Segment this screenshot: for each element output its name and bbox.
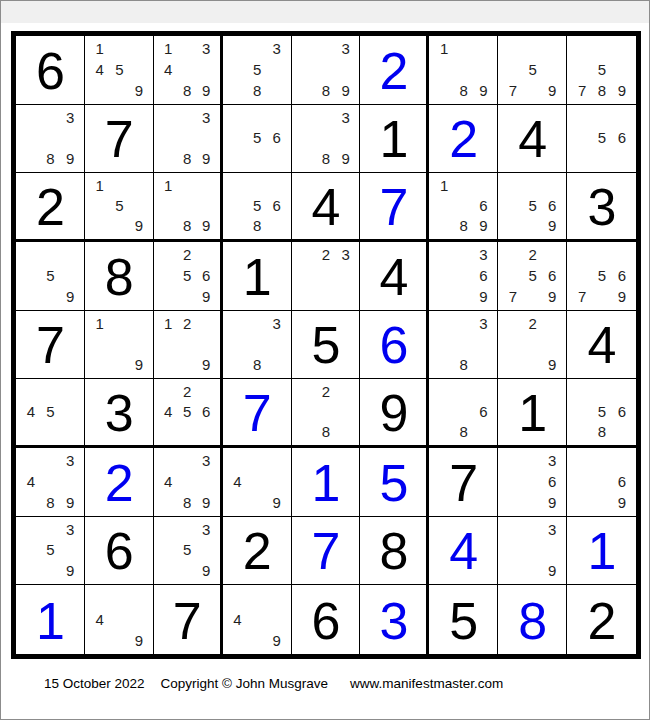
pencil-marks: 29 xyxy=(503,313,562,376)
cell-r9c1[interactable]: 1 xyxy=(16,585,85,654)
candidate-digit: 6 xyxy=(542,196,562,216)
footer: 15 October 2022Copyright © John Musgrave… xyxy=(44,676,503,691)
cell-r4c4[interactable]: 1 xyxy=(223,242,292,311)
cell-r9c4[interactable]: 49 xyxy=(223,585,292,654)
given-digit: 2 xyxy=(36,179,64,233)
cell-r3c1[interactable]: 2 xyxy=(16,173,85,242)
pencil-marks: 579 xyxy=(503,38,562,101)
candidate-digit: 9 xyxy=(60,492,80,513)
candidate-digit: 3 xyxy=(542,450,562,471)
candidate-digit: 9 xyxy=(336,80,356,101)
solved-digit: 4 xyxy=(449,523,477,577)
pencil-marks: 3489 xyxy=(21,450,80,513)
candidate-digit: 1 xyxy=(159,313,178,334)
cell-r1c5[interactable]: 389 xyxy=(292,36,361,105)
candidate-digit: 6 xyxy=(542,471,562,492)
cell-r6c2[interactable]: 3 xyxy=(85,379,154,448)
sudoku-board: 6145913489358389218957957893897389563891… xyxy=(11,31,641,659)
candidate-digit: 4 xyxy=(21,471,41,492)
cell-r5c8[interactable]: 29 xyxy=(498,311,567,380)
cell-r2c9[interactable]: 56 xyxy=(567,105,636,174)
solved-digit: 1 xyxy=(312,455,340,509)
candidate-digit: 8 xyxy=(41,148,61,169)
cell-r2c6[interactable]: 1 xyxy=(360,105,429,174)
cell-r2c3[interactable]: 389 xyxy=(154,105,223,174)
cell-r5c4[interactable]: 38 xyxy=(223,311,292,380)
candidate-digit: 9 xyxy=(474,80,494,101)
cell-r3c6[interactable]: 7 xyxy=(360,173,429,242)
given-digit: 1 xyxy=(379,111,407,165)
pencil-marks: 358 xyxy=(228,38,287,101)
pencil-marks: 19 xyxy=(90,313,149,376)
candidate-digit: 5 xyxy=(41,402,61,422)
candidate-digit: 8 xyxy=(247,80,267,101)
pencil-marks: 45 xyxy=(21,381,80,442)
given-digit: 6 xyxy=(312,593,340,647)
solved-digit: 6 xyxy=(379,317,407,371)
cell-r1c4[interactable]: 358 xyxy=(223,36,292,105)
cell-r8c6[interactable]: 8 xyxy=(360,517,429,586)
cell-r7c7[interactable]: 7 xyxy=(429,448,498,517)
candidate-digit: 9 xyxy=(197,354,216,375)
cell-r6c8[interactable]: 1 xyxy=(498,379,567,448)
candidate-digit: 9 xyxy=(197,216,216,236)
candidate-digit: 9 xyxy=(129,80,149,101)
candidate-digit: 7 xyxy=(572,80,592,101)
given-digit: 5 xyxy=(312,317,340,371)
given-digit: 8 xyxy=(379,523,407,577)
pencil-marks: 369 xyxy=(434,244,493,307)
candidate-digit: 8 xyxy=(316,422,336,442)
candidate-digit: 9 xyxy=(542,492,562,513)
cell-r3c2[interactable]: 159 xyxy=(85,173,154,242)
pencil-marks: 56 xyxy=(228,107,287,170)
cell-r8c7[interactable]: 4 xyxy=(429,517,498,586)
candidate-digit: 1 xyxy=(434,38,454,59)
cell-r8c9[interactable]: 1 xyxy=(567,517,636,586)
cell-r9c2[interactable]: 49 xyxy=(85,585,154,654)
candidate-digit: 3 xyxy=(267,313,287,334)
candidate-digit: 8 xyxy=(454,354,474,375)
candidate-digit: 1 xyxy=(90,38,110,59)
given-digit: 4 xyxy=(312,179,340,233)
candidate-digit: 4 xyxy=(159,59,178,80)
candidate-digit: 2 xyxy=(178,313,197,334)
candidate-digit: 6 xyxy=(612,402,632,422)
cell-r9c5[interactable]: 6 xyxy=(292,585,361,654)
cell-r1c6[interactable]: 2 xyxy=(360,36,429,105)
pencil-marks: 369 xyxy=(503,450,562,513)
pencil-marks: 569 xyxy=(503,175,562,236)
candidate-digit: 9 xyxy=(60,560,80,581)
candidate-digit: 5 xyxy=(178,265,197,286)
candidate-digit: 3 xyxy=(474,244,494,265)
cell-r7c6[interactable]: 5 xyxy=(360,448,429,517)
candidate-digit: 6 xyxy=(267,196,287,216)
cell-r9c9[interactable]: 2 xyxy=(567,585,636,654)
candidate-digit: 9 xyxy=(197,286,216,307)
cell-r8c2[interactable]: 6 xyxy=(85,517,154,586)
cell-r5c7[interactable]: 38 xyxy=(429,311,498,380)
candidate-digit: 8 xyxy=(178,148,197,169)
candidate-digit: 9 xyxy=(474,216,494,236)
candidate-digit: 1 xyxy=(434,175,454,195)
candidate-digit: 3 xyxy=(336,107,356,128)
candidate-digit: 3 xyxy=(197,107,216,128)
candidate-digit: 9 xyxy=(267,630,287,651)
candidate-digit: 6 xyxy=(267,128,287,149)
cell-r5c9[interactable]: 4 xyxy=(567,311,636,380)
cell-r1c8[interactable]: 579 xyxy=(498,36,567,105)
cell-r7c4[interactable]: 49 xyxy=(223,448,292,517)
candidate-digit: 3 xyxy=(60,519,80,540)
candidate-digit: 8 xyxy=(247,216,267,236)
pencil-marks: 189 xyxy=(434,38,493,101)
pencil-marks: 389 xyxy=(297,38,356,101)
candidate-digit: 2 xyxy=(523,313,543,334)
candidate-digit: 2 xyxy=(178,244,197,265)
candidate-digit: 5 xyxy=(523,59,543,80)
given-digit: 2 xyxy=(243,523,271,577)
candidate-digit: 6 xyxy=(612,471,632,492)
candidate-digit: 5 xyxy=(592,128,612,149)
pencil-marks: 389 xyxy=(297,107,356,170)
solved-digit: 2 xyxy=(379,43,407,97)
cell-r6c4[interactable]: 7 xyxy=(223,379,292,448)
candidate-digit: 3 xyxy=(197,450,216,471)
pencil-marks: 59 xyxy=(21,244,80,307)
cell-r6c9[interactable]: 568 xyxy=(567,379,636,448)
candidate-digit: 3 xyxy=(542,519,562,540)
candidate-digit: 3 xyxy=(60,450,80,471)
cell-r4c5[interactable]: 23 xyxy=(292,242,361,311)
cell-r3c8[interactable]: 569 xyxy=(498,173,567,242)
given-digit: 3 xyxy=(588,179,616,233)
pencil-marks: 68 xyxy=(434,381,493,442)
candidate-digit: 8 xyxy=(454,216,474,236)
solved-digit: 5 xyxy=(379,455,407,509)
given-digit: 4 xyxy=(588,317,616,371)
given-digit: 7 xyxy=(173,593,201,647)
candidate-digit: 5 xyxy=(110,196,130,216)
given-digit: 2 xyxy=(588,593,616,647)
solved-digit: 1 xyxy=(588,523,616,577)
pencil-marks: 359 xyxy=(159,519,216,582)
cell-r6c6[interactable]: 9 xyxy=(360,379,429,448)
candidate-digit: 6 xyxy=(474,265,494,286)
footer-date: 15 October 2022 xyxy=(44,676,145,691)
cell-r2c8[interactable]: 4 xyxy=(498,105,567,174)
candidate-digit: 6 xyxy=(612,128,632,149)
cell-r8c3[interactable]: 359 xyxy=(154,517,223,586)
candidate-digit: 8 xyxy=(592,80,612,101)
pencil-marks: 389 xyxy=(159,107,216,170)
candidate-digit: 9 xyxy=(197,148,216,169)
candidate-digit: 5 xyxy=(523,196,543,216)
candidate-digit: 5 xyxy=(592,402,612,422)
candidate-digit: 3 xyxy=(336,38,356,59)
candidate-digit: 6 xyxy=(474,402,494,422)
pencil-marks: 1689 xyxy=(434,175,493,236)
given-digit: 6 xyxy=(36,43,64,97)
candidate-digit: 9 xyxy=(474,286,494,307)
cell-r6c3[interactable]: 2456 xyxy=(154,379,223,448)
pencil-marks: 2456 xyxy=(159,381,216,442)
cell-r4c3[interactable]: 2569 xyxy=(154,242,223,311)
candidate-digit: 5 xyxy=(247,196,267,216)
candidate-digit: 1 xyxy=(90,175,110,195)
candidate-digit: 2 xyxy=(316,244,336,265)
candidate-digit: 6 xyxy=(197,402,216,422)
candidate-digit: 3 xyxy=(474,313,494,334)
cell-r5c3[interactable]: 129 xyxy=(154,311,223,380)
cell-r4c9[interactable]: 5679 xyxy=(567,242,636,311)
candidate-digit: 9 xyxy=(129,630,149,651)
given-digit: 5 xyxy=(449,593,477,647)
pencil-marks: 49 xyxy=(228,450,287,513)
candidate-digit: 5 xyxy=(110,59,130,80)
cell-r8c4[interactable]: 2 xyxy=(223,517,292,586)
candidate-digit: 7 xyxy=(503,80,523,101)
candidate-digit: 9 xyxy=(542,286,562,307)
pencil-marks: 568 xyxy=(228,175,287,236)
candidate-digit: 2 xyxy=(178,381,197,401)
footer-website[interactable]: www.manifestmaster.com xyxy=(350,676,503,691)
cell-r2c4[interactable]: 56 xyxy=(223,105,292,174)
cell-r2c5[interactable]: 389 xyxy=(292,105,361,174)
given-digit: 8 xyxy=(105,249,133,303)
candidate-digit: 8 xyxy=(592,422,612,442)
cell-r1c2[interactable]: 1459 xyxy=(85,36,154,105)
cell-r4c2[interactable]: 8 xyxy=(85,242,154,311)
candidate-digit: 1 xyxy=(159,175,178,195)
solved-digit: 2 xyxy=(449,111,477,165)
candidate-digit: 2 xyxy=(316,381,336,401)
candidate-digit: 5 xyxy=(178,540,197,561)
candidate-digit: 9 xyxy=(542,216,562,236)
solved-digit: 2 xyxy=(105,455,133,509)
candidate-digit: 9 xyxy=(542,560,562,581)
candidate-digit: 4 xyxy=(90,609,110,630)
pencil-marks: 1459 xyxy=(90,38,149,101)
cell-r4c7[interactable]: 369 xyxy=(429,242,498,311)
given-digit: 6 xyxy=(105,523,133,577)
cell-r1c7[interactable]: 189 xyxy=(429,36,498,105)
given-digit: 1 xyxy=(518,385,546,439)
cell-r4c6[interactable]: 4 xyxy=(360,242,429,311)
window-top-strip xyxy=(1,1,649,23)
pencil-marks: 359 xyxy=(21,519,80,582)
candidate-digit: 4 xyxy=(21,402,41,422)
cell-r4c8[interactable]: 25679 xyxy=(498,242,567,311)
cell-r9c8[interactable]: 8 xyxy=(498,585,567,654)
cell-r1c3[interactable]: 13489 xyxy=(154,36,223,105)
cell-r3c9[interactable]: 3 xyxy=(567,173,636,242)
cell-r9c3[interactable]: 7 xyxy=(154,585,223,654)
candidate-digit: 8 xyxy=(454,422,474,442)
pencil-marks: 2569 xyxy=(159,244,216,307)
given-digit: 4 xyxy=(379,249,407,303)
candidate-digit: 9 xyxy=(197,560,216,581)
candidate-digit: 6 xyxy=(474,196,494,216)
given-digit: 7 xyxy=(449,455,477,509)
candidate-digit: 8 xyxy=(454,80,474,101)
candidate-digit: 9 xyxy=(542,354,562,375)
cell-r7c9[interactable]: 69 xyxy=(567,448,636,517)
candidate-digit: 4 xyxy=(228,471,248,492)
pencil-marks: 69 xyxy=(572,450,632,513)
cell-r1c9[interactable]: 5789 xyxy=(567,36,636,105)
candidate-digit: 2 xyxy=(523,244,543,265)
candidate-digit: 9 xyxy=(612,286,632,307)
candidate-digit: 4 xyxy=(159,471,178,492)
candidate-digit: 4 xyxy=(159,402,178,422)
given-digit: 1 xyxy=(243,249,271,303)
candidate-digit: 9 xyxy=(612,80,632,101)
candidate-digit: 3 xyxy=(197,38,216,59)
candidate-digit: 6 xyxy=(197,265,216,286)
given-digit: 9 xyxy=(379,385,407,439)
pencil-marks: 25679 xyxy=(503,244,562,307)
candidate-digit: 9 xyxy=(197,492,216,513)
cell-r2c1[interactable]: 389 xyxy=(16,105,85,174)
cell-r7c1[interactable]: 3489 xyxy=(16,448,85,517)
candidate-digit: 5 xyxy=(178,402,197,422)
solved-digit: 7 xyxy=(312,523,340,577)
candidate-digit: 8 xyxy=(316,80,336,101)
candidate-digit: 4 xyxy=(228,609,248,630)
solved-digit: 3 xyxy=(379,593,407,647)
cell-r6c7[interactable]: 68 xyxy=(429,379,498,448)
page: 6145913489358389218957957893897389563891… xyxy=(0,0,650,720)
candidate-digit: 7 xyxy=(503,286,523,307)
pencil-marks: 38 xyxy=(434,313,493,376)
cell-r5c5[interactable]: 5 xyxy=(292,311,361,380)
cell-r3c7[interactable]: 1689 xyxy=(429,173,498,242)
cell-r4c1[interactable]: 59 xyxy=(16,242,85,311)
footer-copyright: Copyright © John Musgrave xyxy=(161,676,329,691)
cell-r7c5[interactable]: 1 xyxy=(292,448,361,517)
cell-r2c2[interactable]: 7 xyxy=(85,105,154,174)
pencil-marks: 23 xyxy=(297,244,356,307)
cell-r5c1[interactable]: 7 xyxy=(16,311,85,380)
cell-r9c7[interactable]: 5 xyxy=(429,585,498,654)
cell-r8c1[interactable]: 359 xyxy=(16,517,85,586)
candidate-digit: 3 xyxy=(60,107,80,128)
candidate-digit: 6 xyxy=(542,265,562,286)
pencil-marks: 38 xyxy=(228,313,287,376)
given-digit: 7 xyxy=(105,111,133,165)
pencil-marks: 49 xyxy=(90,587,149,651)
candidate-digit: 9 xyxy=(129,354,149,375)
candidate-digit: 8 xyxy=(316,148,336,169)
candidate-digit: 1 xyxy=(159,38,178,59)
solved-digit: 7 xyxy=(379,179,407,233)
candidate-digit: 9 xyxy=(60,148,80,169)
candidate-digit: 8 xyxy=(41,492,61,513)
candidate-digit: 5 xyxy=(41,265,61,286)
cell-r6c5[interactable]: 28 xyxy=(292,379,361,448)
cell-r9c6[interactable]: 3 xyxy=(360,585,429,654)
pencil-marks: 39 xyxy=(503,519,562,582)
pencil-marks: 5789 xyxy=(572,38,632,101)
cell-r7c3[interactable]: 3489 xyxy=(154,448,223,517)
pencil-marks: 56 xyxy=(572,107,632,170)
solved-digit: 1 xyxy=(36,593,64,647)
solved-digit: 8 xyxy=(518,593,546,647)
pencil-marks: 189 xyxy=(159,175,216,236)
candidate-digit: 3 xyxy=(336,244,356,265)
cell-r5c6[interactable]: 6 xyxy=(360,311,429,380)
pencil-marks: 568 xyxy=(572,381,632,442)
candidate-digit: 5 xyxy=(41,540,61,561)
cell-r7c2[interactable]: 2 xyxy=(85,448,154,517)
cell-r8c5[interactable]: 7 xyxy=(292,517,361,586)
pencil-marks: 159 xyxy=(90,175,149,236)
candidate-digit: 3 xyxy=(197,519,216,540)
candidate-digit: 3 xyxy=(267,38,287,59)
candidate-digit: 9 xyxy=(612,492,632,513)
pencil-marks: 28 xyxy=(297,381,356,442)
candidate-digit: 4 xyxy=(90,59,110,80)
pencil-marks: 5679 xyxy=(572,244,632,307)
pencil-marks: 389 xyxy=(21,107,80,170)
solved-digit: 7 xyxy=(243,385,271,439)
candidate-digit: 7 xyxy=(572,286,592,307)
pencil-marks: 13489 xyxy=(159,38,216,101)
candidate-digit: 9 xyxy=(197,80,216,101)
candidate-digit: 9 xyxy=(542,80,562,101)
candidate-digit: 9 xyxy=(267,492,287,513)
cell-r6c1[interactable]: 45 xyxy=(16,379,85,448)
cell-r7c8[interactable]: 369 xyxy=(498,448,567,517)
given-digit: 3 xyxy=(105,385,133,439)
candidate-digit: 9 xyxy=(129,216,149,236)
candidate-digit: 8 xyxy=(178,216,197,236)
candidate-digit: 9 xyxy=(336,148,356,169)
pencil-marks: 49 xyxy=(228,587,287,651)
candidate-digit: 5 xyxy=(247,128,267,149)
candidate-digit: 5 xyxy=(247,59,267,80)
candidate-digit: 5 xyxy=(523,265,543,286)
cell-r3c3[interactable]: 189 xyxy=(154,173,223,242)
cell-r2c7[interactable]: 2 xyxy=(429,105,498,174)
candidate-digit: 5 xyxy=(592,59,612,80)
given-digit: 4 xyxy=(518,111,546,165)
candidate-digit: 9 xyxy=(60,286,80,307)
cell-r3c5[interactable]: 4 xyxy=(292,173,361,242)
cell-r3c4[interactable]: 568 xyxy=(223,173,292,242)
cell-r8c8[interactable]: 39 xyxy=(498,517,567,586)
candidate-digit: 8 xyxy=(178,80,197,101)
candidate-digit: 6 xyxy=(612,265,632,286)
pencil-marks: 3489 xyxy=(159,450,216,513)
given-digit: 7 xyxy=(36,317,64,371)
candidate-digit: 5 xyxy=(592,265,612,286)
cell-r5c2[interactable]: 19 xyxy=(85,311,154,380)
pencil-marks: 129 xyxy=(159,313,216,376)
candidate-digit: 8 xyxy=(178,492,197,513)
candidate-digit: 8 xyxy=(247,354,267,375)
cell-r1c1[interactable]: 6 xyxy=(16,36,85,105)
candidate-digit: 1 xyxy=(90,313,110,334)
